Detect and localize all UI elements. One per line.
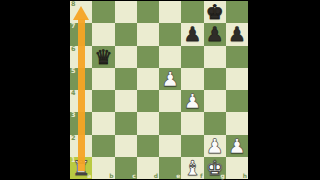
square-b8[interactable] [92, 1, 114, 23]
file-label-h: h [243, 173, 247, 179]
square-g4[interactable] [204, 90, 226, 112]
square-f2[interactable] [181, 135, 203, 157]
square-c1[interactable]: c [115, 157, 137, 179]
square-a6[interactable]: 6 [70, 46, 92, 68]
square-h3[interactable] [226, 112, 248, 134]
file-label-d: d [154, 173, 158, 179]
black-pawn[interactable]: ♟ [204, 23, 226, 45]
rank-label-7: 7 [71, 23, 76, 30]
square-f6[interactable] [181, 46, 203, 68]
square-c4[interactable] [115, 90, 137, 112]
square-b4[interactable] [92, 90, 114, 112]
square-c3[interactable] [115, 112, 137, 134]
chess-board: 8♚7♟♟♟6♛5♟4♟32♟♟1a♜bcdef♝g♚h [70, 1, 248, 179]
white-king[interactable]: ♚ [204, 157, 226, 179]
square-a8[interactable]: 8 [70, 1, 92, 23]
black-pawn[interactable]: ♟ [181, 23, 203, 45]
square-f7[interactable]: ♟ [181, 23, 203, 45]
square-h6[interactable] [226, 46, 248, 68]
square-h5[interactable] [226, 68, 248, 90]
black-pawn[interactable]: ♟ [226, 23, 248, 45]
white-pawn[interactable]: ♟ [226, 135, 248, 157]
rank-label-4: 4 [71, 90, 76, 97]
file-label-e: e [176, 173, 180, 179]
square-h7[interactable]: ♟ [226, 23, 248, 45]
square-g6[interactable] [204, 46, 226, 68]
square-f1[interactable]: f♝ [181, 157, 203, 179]
square-d5[interactable] [137, 68, 159, 90]
white-bishop[interactable]: ♝ [181, 157, 203, 179]
square-e2[interactable] [159, 135, 181, 157]
white-rook[interactable]: ♜ [70, 157, 92, 179]
square-d7[interactable] [137, 23, 159, 45]
square-d2[interactable] [137, 135, 159, 157]
square-d1[interactable]: d [137, 157, 159, 179]
square-a7[interactable]: 7 [70, 23, 92, 45]
rank-label-5: 5 [71, 68, 76, 75]
square-h4[interactable] [226, 90, 248, 112]
letterbox-right [248, 0, 320, 180]
square-a4[interactable]: 4 [70, 90, 92, 112]
file-label-c: c [132, 173, 136, 179]
square-b5[interactable] [92, 68, 114, 90]
square-b1[interactable]: b [92, 157, 114, 179]
square-e4[interactable] [159, 90, 181, 112]
square-d8[interactable] [137, 1, 159, 23]
square-d6[interactable] [137, 46, 159, 68]
square-b6[interactable]: ♛ [92, 46, 114, 68]
square-g3[interactable] [204, 112, 226, 134]
square-h8[interactable] [226, 1, 248, 23]
square-g8[interactable]: ♚ [204, 1, 226, 23]
square-h2[interactable]: ♟ [226, 135, 248, 157]
square-a2[interactable]: 2 [70, 135, 92, 157]
square-e8[interactable] [159, 1, 181, 23]
square-e5[interactable]: ♟ [159, 68, 181, 90]
rank-label-8: 8 [71, 1, 76, 8]
square-f8[interactable] [181, 1, 203, 23]
square-d3[interactable] [137, 112, 159, 134]
square-g1[interactable]: g♚ [204, 157, 226, 179]
square-a5[interactable]: 5 [70, 68, 92, 90]
square-g2[interactable]: ♟ [204, 135, 226, 157]
black-queen[interactable]: ♛ [92, 46, 114, 68]
square-e1[interactable]: e [159, 157, 181, 179]
square-b7[interactable] [92, 23, 114, 45]
square-h1[interactable]: h [226, 157, 248, 179]
square-e3[interactable] [159, 112, 181, 134]
square-f3[interactable] [181, 112, 203, 134]
square-f5[interactable] [181, 68, 203, 90]
white-pawn[interactable]: ♟ [204, 135, 226, 157]
square-c8[interactable] [115, 1, 137, 23]
square-c5[interactable] [115, 68, 137, 90]
white-pawn[interactable]: ♟ [181, 90, 203, 112]
square-a1[interactable]: 1a♜ [70, 157, 92, 179]
letterbox-left [0, 0, 70, 180]
file-label-b: b [109, 173, 113, 179]
black-king[interactable]: ♚ [204, 1, 226, 23]
rank-label-6: 6 [71, 46, 76, 53]
square-e6[interactable] [159, 46, 181, 68]
rank-label-2: 2 [71, 135, 76, 142]
square-f4[interactable]: ♟ [181, 90, 203, 112]
square-d4[interactable] [137, 90, 159, 112]
square-c6[interactable] [115, 46, 137, 68]
rank-label-3: 3 [71, 112, 76, 119]
square-g7[interactable]: ♟ [204, 23, 226, 45]
square-e7[interactable] [159, 23, 181, 45]
square-g5[interactable] [204, 68, 226, 90]
white-pawn[interactable]: ♟ [159, 68, 181, 90]
square-c7[interactable] [115, 23, 137, 45]
square-b2[interactable] [92, 135, 114, 157]
square-b3[interactable] [92, 112, 114, 134]
square-c2[interactable] [115, 135, 137, 157]
square-a3[interactable]: 3 [70, 112, 92, 134]
